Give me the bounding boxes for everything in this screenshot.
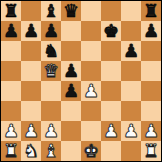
square-b3[interactable] — [21, 101, 41, 121]
square-e2[interactable] — [81, 121, 101, 141]
square-h2[interactable]: ♟ — [141, 121, 161, 141]
piece-black-rook[interactable]: ♜ — [3, 1, 19, 21]
square-e6[interactable] — [81, 41, 101, 61]
square-d4[interactable]: ♟ — [61, 81, 81, 101]
square-c6[interactable]: ♞ — [41, 41, 61, 61]
square-c7[interactable]: ♟ — [41, 21, 61, 41]
square-d3[interactable] — [61, 101, 81, 121]
square-a7[interactable]: ♟ — [1, 21, 21, 41]
piece-white-pawn[interactable]: ♟ — [3, 121, 19, 141]
piece-white-rook[interactable]: ♜ — [3, 141, 19, 161]
square-g7[interactable] — [121, 21, 141, 41]
square-g3[interactable] — [121, 101, 141, 121]
piece-white-rook[interactable]: ♜ — [143, 141, 159, 161]
piece-black-bishop[interactable]: ♝ — [43, 1, 59, 21]
square-g4[interactable] — [121, 81, 141, 101]
square-c5[interactable]: ♛ — [41, 61, 61, 81]
square-h8[interactable]: ♜ — [141, 1, 161, 21]
square-e1[interactable]: ♚ — [81, 141, 101, 161]
square-f4[interactable] — [101, 81, 121, 101]
square-c1[interactable]: ♝ — [41, 141, 61, 161]
square-b8[interactable] — [21, 1, 41, 21]
square-f7[interactable]: ♚ — [101, 21, 121, 41]
square-g6[interactable]: ♟ — [121, 41, 141, 61]
square-a8[interactable]: ♜ — [1, 1, 21, 21]
piece-black-queen[interactable]: ♛ — [63, 1, 79, 21]
piece-black-king[interactable]: ♚ — [103, 21, 119, 41]
square-h5[interactable] — [141, 61, 161, 81]
piece-white-pawn[interactable]: ♟ — [143, 121, 159, 141]
piece-white-bishop[interactable]: ♝ — [43, 141, 59, 161]
square-f5[interactable] — [101, 61, 121, 81]
square-d2[interactable] — [61, 121, 81, 141]
square-b4[interactable] — [21, 81, 41, 101]
square-e5[interactable] — [81, 61, 101, 81]
square-h7[interactable]: ♟ — [141, 21, 161, 41]
square-h1[interactable]: ♜ — [141, 141, 161, 161]
piece-black-pawn[interactable]: ♟ — [63, 81, 79, 101]
square-a3[interactable] — [1, 101, 21, 121]
square-f2[interactable]: ♟ — [101, 121, 121, 141]
square-e3[interactable] — [81, 101, 101, 121]
square-g1[interactable] — [121, 141, 141, 161]
square-d5[interactable]: ♟ — [61, 61, 81, 81]
square-d1[interactable] — [61, 141, 81, 161]
square-e7[interactable] — [81, 21, 101, 41]
piece-black-pawn[interactable]: ♟ — [23, 21, 39, 41]
piece-black-pawn[interactable]: ♟ — [43, 21, 59, 41]
square-a5[interactable] — [1, 61, 21, 81]
piece-black-rook[interactable]: ♜ — [143, 1, 159, 21]
square-g8[interactable] — [121, 1, 141, 21]
square-c3[interactable] — [41, 101, 61, 121]
square-e8[interactable] — [81, 1, 101, 21]
square-b5[interactable] — [21, 61, 41, 81]
piece-white-pawn[interactable]: ♟ — [103, 121, 119, 141]
square-b7[interactable]: ♟ — [21, 21, 41, 41]
square-a1[interactable]: ♜ — [1, 141, 21, 161]
piece-white-king[interactable]: ♚ — [83, 141, 99, 161]
square-h6[interactable] — [141, 41, 161, 61]
square-a6[interactable] — [1, 41, 21, 61]
square-b6[interactable] — [21, 41, 41, 61]
piece-black-pawn[interactable]: ♟ — [3, 21, 19, 41]
piece-black-pawn[interactable]: ♟ — [143, 21, 159, 41]
square-d6[interactable] — [61, 41, 81, 61]
square-f1[interactable] — [101, 141, 121, 161]
square-f6[interactable] — [101, 41, 121, 61]
piece-white-pawn[interactable]: ♟ — [43, 121, 59, 141]
square-b1[interactable]: ♞ — [21, 141, 41, 161]
square-e4[interactable]: ♟ — [81, 81, 101, 101]
square-c8[interactable]: ♝ — [41, 1, 61, 21]
piece-white-knight[interactable]: ♞ — [23, 141, 39, 161]
square-h3[interactable] — [141, 101, 161, 121]
piece-black-knight[interactable]: ♞ — [43, 41, 59, 61]
square-d7[interactable] — [61, 21, 81, 41]
piece-black-pawn[interactable]: ♟ — [123, 41, 139, 61]
piece-white-pawn[interactable]: ♟ — [123, 121, 139, 141]
square-g2[interactable]: ♟ — [121, 121, 141, 141]
piece-white-pawn[interactable]: ♟ — [83, 81, 99, 101]
piece-white-queen[interactable]: ♛ — [43, 61, 59, 81]
square-a4[interactable] — [1, 81, 21, 101]
square-g5[interactable] — [121, 61, 141, 81]
square-b2[interactable]: ♟ — [21, 121, 41, 141]
piece-white-pawn[interactable]: ♟ — [23, 121, 39, 141]
square-d8[interactable]: ♛ — [61, 1, 81, 21]
square-a2[interactable]: ♟ — [1, 121, 21, 141]
square-f8[interactable] — [101, 1, 121, 21]
chess-board: ♜♝♛♜♟♟♟♚♟♞♟♛♟♟♟♟♟♟♟♟♟♜♞♝♚♜ — [0, 0, 162, 162]
square-c4[interactable] — [41, 81, 61, 101]
square-f3[interactable] — [101, 101, 121, 121]
square-h4[interactable] — [141, 81, 161, 101]
square-c2[interactable]: ♟ — [41, 121, 61, 141]
piece-black-pawn[interactable]: ♟ — [63, 61, 79, 81]
